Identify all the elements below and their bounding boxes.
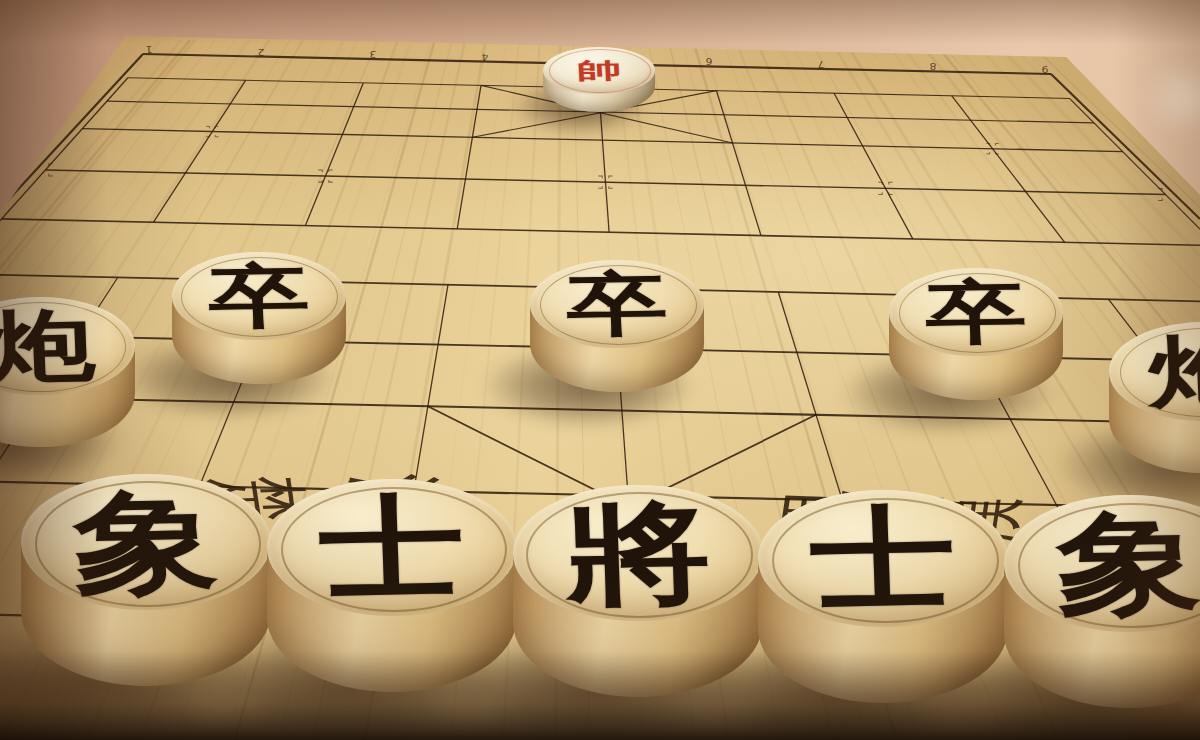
pieces-layer: 帥卒卒卒炮炮象士將士象: [0, 0, 1200, 740]
piece-glyph: 將: [511, 498, 764, 608]
xiangqi-photo-scene: 楚河界漢123456789 帥卒卒卒炮炮象士將士象: [0, 0, 1200, 740]
piece-glyph: 象: [19, 487, 272, 597]
piece-red-general-e1[interactable]: 帥: [543, 47, 655, 112]
piece-glyph: 象: [1003, 509, 1200, 619]
piece-glyph: 炮: [0, 309, 136, 382]
piece-glyph: 士: [265, 492, 518, 602]
piece-glyph: 卒: [529, 273, 705, 336]
piece-black-soldier-g7[interactable]: 卒: [889, 268, 1063, 400]
piece-black-soldier-e7[interactable]: 卒: [530, 260, 704, 392]
piece-glyph: 卒: [171, 265, 347, 328]
piece-glyph: 帥: [542, 58, 655, 83]
piece-glyph: 士: [757, 503, 1010, 613]
piece-black-cannon-h8[interactable]: 炮: [1109, 322, 1200, 472]
piece-black-elephant-g10[interactable]: 象: [1004, 495, 1200, 708]
piece-black-cannon-b8[interactable]: 炮: [0, 297, 135, 447]
piece-black-soldier-c7[interactable]: 卒: [172, 252, 346, 384]
piece-glyph: 炮: [1108, 335, 1200, 408]
piece-glyph: 卒: [888, 280, 1064, 343]
